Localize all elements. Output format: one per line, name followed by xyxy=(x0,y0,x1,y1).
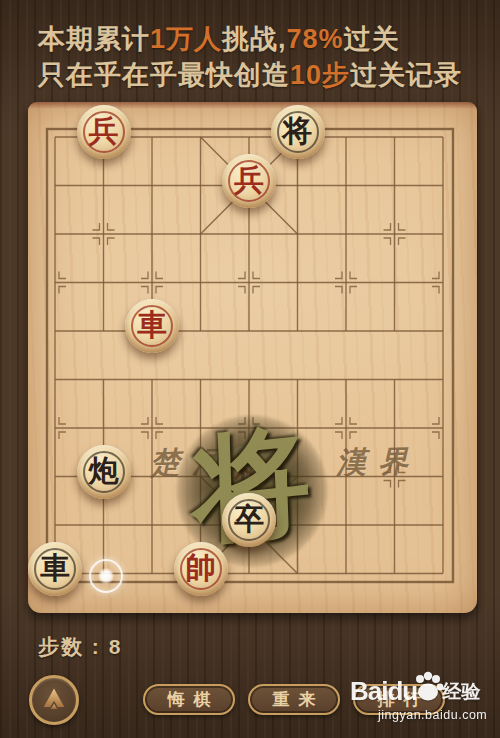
piece-black-cannon[interactable]: 炮 xyxy=(77,445,131,499)
banner-highlight-text: 78% xyxy=(287,24,344,54)
banner-highlight-text: 1万人 xyxy=(150,24,222,54)
step-counter: 步数 : 8 xyxy=(38,633,122,661)
collapse-menu-button[interactable] xyxy=(29,675,79,725)
banner-text: 过关 xyxy=(344,24,400,54)
last-move-marker xyxy=(89,559,123,593)
piece-red-soldier-b[interactable]: 兵 xyxy=(222,154,276,208)
banner-text: 挑战, xyxy=(222,24,287,54)
banner-line-1: 本期累计1万人挑战,78%过关 xyxy=(38,21,400,57)
piece-red-elephant[interactable]: 相 xyxy=(222,445,276,499)
banner-text: 本期累计 xyxy=(38,24,150,54)
piece-red-soldier-a[interactable]: 兵 xyxy=(77,105,131,159)
banner-line-2: 只在乎在乎最快创造10步过关记录 xyxy=(38,57,462,93)
banner-text: 只在乎在乎最快创造 xyxy=(38,60,290,90)
piece-character: 車 xyxy=(137,310,167,340)
watermark-url: jingyan.baidu.com xyxy=(378,709,487,722)
piece-black-chariot[interactable]: 車 xyxy=(28,542,82,596)
piece-red-chariot[interactable]: 車 xyxy=(125,299,179,353)
baidu-paw-icon xyxy=(410,670,446,706)
piece-character: 炮 xyxy=(89,456,119,486)
piece-character: 兵 xyxy=(89,116,119,146)
xiangqi-app-screen: 本期累计1万人挑战,78%过关 只在乎在乎最快创造10步过关记录 楚河 漢界 兵… xyxy=(0,0,500,738)
piece-character: 帥 xyxy=(186,553,216,583)
piece-character: 卒 xyxy=(234,504,264,534)
piece-character: 将 xyxy=(283,116,313,146)
undo-move-button[interactable]: 悔棋 xyxy=(143,684,235,715)
banner-text: 过关记录 xyxy=(350,60,462,90)
banner-highlight-text: 10步 xyxy=(290,60,350,90)
watermark-brand: Baidu xyxy=(350,678,417,704)
piece-character: 相 xyxy=(234,456,264,486)
challenge-banner: 本期累计1万人挑战,78%过关 只在乎在乎最快创造10步过关记录 xyxy=(0,0,500,102)
piece-character: 兵 xyxy=(234,165,264,195)
mountain-arrow-icon xyxy=(38,684,70,716)
baidu-jingyan-watermark: Baidu 经验 jingyan.baidu.com xyxy=(350,676,487,722)
piece-red-general[interactable]: 帥 xyxy=(174,542,228,596)
piece-black-general[interactable]: 将 xyxy=(271,105,325,159)
restart-button[interactable]: 重来 xyxy=(248,684,340,715)
watermark-suffix: 经验 xyxy=(442,682,480,701)
piece-character: 車 xyxy=(40,553,70,583)
river-label-han: 漢界 xyxy=(336,441,421,483)
piece-black-soldier[interactable]: 卒 xyxy=(222,493,276,547)
